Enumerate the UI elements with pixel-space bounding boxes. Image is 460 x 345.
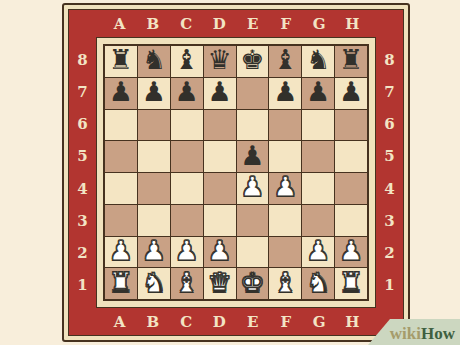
square-e2 <box>237 237 269 268</box>
white-knight: ♞ <box>306 269 330 296</box>
white-king: ♚ <box>240 269 264 296</box>
rank-label-4: 4 <box>69 173 96 205</box>
white-bishop: ♝ <box>175 269 199 296</box>
rank-label-8: 8 <box>376 44 403 76</box>
file-label-e: E <box>236 308 269 335</box>
square-e5: ♟ <box>237 141 269 172</box>
board-grid: ♜♞♝♛♚♝♞♜♟♟♟♟♟♟♟♟♟♟♟♟♟♟♟♟♜♞♝♛♚♝♞♜ <box>103 44 369 301</box>
square-h2: ♟ <box>335 237 367 268</box>
file-label-g: G <box>303 10 336 37</box>
black-pawn: ♟ <box>175 78 199 105</box>
square-d1: ♛ <box>204 268 236 299</box>
white-pawn: ♟ <box>207 237 231 264</box>
square-a4 <box>105 173 137 204</box>
square-a7: ♟ <box>105 78 137 109</box>
square-f4: ♟ <box>269 173 301 204</box>
file-label-a: A <box>103 308 136 335</box>
square-c1: ♝ <box>171 268 203 299</box>
square-f6 <box>269 110 301 141</box>
square-b7: ♟ <box>138 78 170 109</box>
file-label-d: D <box>203 10 236 37</box>
rank-label-1: 1 <box>376 269 403 301</box>
rank-label-7: 7 <box>376 76 403 108</box>
rank-label-5: 5 <box>69 140 96 172</box>
black-bishop: ♝ <box>273 46 297 73</box>
square-b3 <box>138 205 170 236</box>
white-pawn: ♟ <box>306 237 330 264</box>
black-rook: ♜ <box>109 46 133 73</box>
wikihow-logo-how: How <box>421 324 455 344</box>
square-h7: ♟ <box>335 78 367 109</box>
square-e3 <box>237 205 269 236</box>
square-d4 <box>204 173 236 204</box>
black-rook: ♜ <box>339 46 363 73</box>
square-g7: ♟ <box>302 78 334 109</box>
square-d2: ♟ <box>204 237 236 268</box>
square-c4 <box>171 173 203 204</box>
square-d5 <box>204 141 236 172</box>
black-pawn: ♟ <box>240 142 264 169</box>
square-g4 <box>302 173 334 204</box>
black-bishop: ♝ <box>175 46 199 73</box>
square-c6 <box>171 110 203 141</box>
square-c5 <box>171 141 203 172</box>
square-a6 <box>105 110 137 141</box>
rank-labels-left: 87654321 <box>69 37 96 308</box>
square-d8: ♛ <box>204 46 236 77</box>
square-e7 <box>237 78 269 109</box>
square-a5 <box>105 141 137 172</box>
file-label-f: F <box>269 308 302 335</box>
square-b2: ♟ <box>138 237 170 268</box>
wikihow-logo-wiki: wiki <box>390 324 421 344</box>
white-rook: ♜ <box>339 269 363 296</box>
square-h4 <box>335 173 367 204</box>
rank-label-2: 2 <box>376 237 403 269</box>
square-d3 <box>204 205 236 236</box>
square-f1: ♝ <box>269 268 301 299</box>
white-queen: ♛ <box>207 269 231 296</box>
rank-label-3: 3 <box>69 205 96 237</box>
square-b5 <box>138 141 170 172</box>
chess-board: ABCDEFGH ABCDEFGH 87654321 87654321 ♜♞♝♛… <box>62 3 410 342</box>
rank-label-8: 8 <box>69 44 96 76</box>
square-b6 <box>138 110 170 141</box>
file-labels-bottom: ABCDEFGH <box>96 308 376 335</box>
square-e8: ♚ <box>237 46 269 77</box>
square-g2: ♟ <box>302 237 334 268</box>
white-bishop: ♝ <box>273 269 297 296</box>
square-b1: ♞ <box>138 268 170 299</box>
rank-label-1: 1 <box>69 269 96 301</box>
square-f3 <box>269 205 301 236</box>
square-g5 <box>302 141 334 172</box>
square-f8: ♝ <box>269 46 301 77</box>
rank-label-3: 3 <box>376 205 403 237</box>
square-d7: ♟ <box>204 78 236 109</box>
file-label-g: G <box>303 308 336 335</box>
file-label-c: C <box>170 10 203 37</box>
square-a2: ♟ <box>105 237 137 268</box>
file-label-e: E <box>236 10 269 37</box>
file-label-a: A <box>103 10 136 37</box>
file-label-f: F <box>269 10 302 37</box>
square-g3 <box>302 205 334 236</box>
square-h3 <box>335 205 367 236</box>
square-g8: ♞ <box>302 46 334 77</box>
square-c8: ♝ <box>171 46 203 77</box>
square-f2 <box>269 237 301 268</box>
black-knight: ♞ <box>306 46 330 73</box>
white-pawn: ♟ <box>273 173 297 200</box>
rank-label-4: 4 <box>376 173 403 205</box>
board-bevel: ♜♞♝♛♚♝♞♜♟♟♟♟♟♟♟♟♟♟♟♟♟♟♟♟♜♞♝♛♚♝♞♜ <box>96 37 376 308</box>
white-rook: ♜ <box>109 269 133 296</box>
rank-label-7: 7 <box>69 76 96 108</box>
rank-labels-right: 87654321 <box>376 37 403 308</box>
square-c7: ♟ <box>171 78 203 109</box>
black-pawn: ♟ <box>306 78 330 105</box>
white-pawn: ♟ <box>175 237 199 264</box>
square-a1: ♜ <box>105 268 137 299</box>
black-queen: ♛ <box>207 46 231 73</box>
black-pawn: ♟ <box>207 78 231 105</box>
white-pawn: ♟ <box>240 173 264 200</box>
rank-label-6: 6 <box>376 108 403 140</box>
white-knight: ♞ <box>142 269 166 296</box>
square-h1: ♜ <box>335 268 367 299</box>
rank-label-2: 2 <box>69 237 96 269</box>
white-pawn: ♟ <box>109 237 133 264</box>
rank-label-5: 5 <box>376 140 403 172</box>
square-a8: ♜ <box>105 46 137 77</box>
file-label-h: H <box>336 10 369 37</box>
square-f5 <box>269 141 301 172</box>
file-label-d: D <box>203 308 236 335</box>
square-h6 <box>335 110 367 141</box>
square-f7: ♟ <box>269 78 301 109</box>
square-d6 <box>204 110 236 141</box>
square-e1: ♚ <box>237 268 269 299</box>
square-g6 <box>302 110 334 141</box>
square-h8: ♜ <box>335 46 367 77</box>
white-pawn: ♟ <box>142 237 166 264</box>
square-e6 <box>237 110 269 141</box>
square-a3 <box>105 205 137 236</box>
square-c3 <box>171 205 203 236</box>
file-label-b: B <box>136 10 169 37</box>
file-label-b: B <box>136 308 169 335</box>
square-e4: ♟ <box>237 173 269 204</box>
square-b4 <box>138 173 170 204</box>
square-h5 <box>335 141 367 172</box>
black-pawn: ♟ <box>339 78 363 105</box>
file-labels-top: ABCDEFGH <box>96 10 376 37</box>
black-knight: ♞ <box>142 46 166 73</box>
black-king: ♚ <box>240 46 264 73</box>
black-pawn: ♟ <box>109 78 133 105</box>
black-pawn: ♟ <box>273 78 297 105</box>
black-pawn: ♟ <box>142 78 166 105</box>
board-frame: ABCDEFGH ABCDEFGH 87654321 87654321 ♜♞♝♛… <box>68 9 404 336</box>
square-b8: ♞ <box>138 46 170 77</box>
white-pawn: ♟ <box>339 237 363 264</box>
file-label-h: H <box>336 308 369 335</box>
square-c2: ♟ <box>171 237 203 268</box>
file-label-c: C <box>170 308 203 335</box>
square-g1: ♞ <box>302 268 334 299</box>
rank-label-6: 6 <box>69 108 96 140</box>
